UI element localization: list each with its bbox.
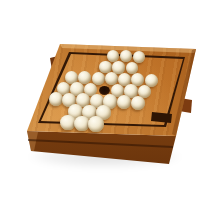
marble[interactable]: ● <box>74 116 89 131</box>
marble[interactable]: ● <box>133 51 145 63</box>
marble[interactable]: ● <box>131 96 145 110</box>
marble[interactable]: ● <box>49 92 63 106</box>
marble[interactable]: ● <box>107 50 119 62</box>
pieces-layer: ●●●●●●●●●●●●●●●●●●●●●●●●●●●●●●●● <box>0 0 210 210</box>
marble[interactable]: ● <box>88 116 103 131</box>
photo-canvas: ●●●●●●●●●●●●●●●●●●●●●●●●●●●●●●●● <box>0 0 210 210</box>
marble[interactable]: ● <box>120 50 132 62</box>
marble[interactable]: ● <box>117 95 131 109</box>
